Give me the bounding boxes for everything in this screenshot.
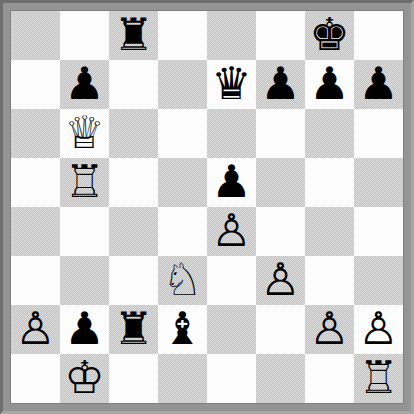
square-f2[interactable] bbox=[256, 305, 305, 354]
piece-white-rook[interactable]: ♖ bbox=[358, 355, 398, 400]
square-a8[interactable] bbox=[11, 11, 60, 60]
square-b5[interactable]: ♖ bbox=[60, 158, 109, 207]
square-h1[interactable]: ♖ bbox=[354, 354, 403, 403]
square-d5[interactable] bbox=[158, 158, 207, 207]
chess-board-frame: ♜♚♟♛♟♟♟♕♖♟♙♘♙♙♟♜♝♙♙♔♖ bbox=[0, 0, 414, 414]
square-d3[interactable]: ♘ bbox=[158, 256, 207, 305]
square-c7[interactable] bbox=[109, 60, 158, 109]
square-c3[interactable] bbox=[109, 256, 158, 305]
square-h7[interactable]: ♟ bbox=[354, 60, 403, 109]
piece-black-pawn[interactable]: ♟ bbox=[358, 61, 398, 106]
square-a7[interactable] bbox=[11, 60, 60, 109]
piece-white-pawn[interactable]: ♙ bbox=[358, 306, 398, 351]
square-d6[interactable] bbox=[158, 109, 207, 158]
square-e7[interactable]: ♛ bbox=[207, 60, 256, 109]
square-g4[interactable] bbox=[305, 207, 354, 256]
square-a1[interactable] bbox=[11, 354, 60, 403]
square-c8[interactable]: ♜ bbox=[109, 11, 158, 60]
square-f3[interactable]: ♙ bbox=[256, 256, 305, 305]
square-b2[interactable]: ♟ bbox=[60, 305, 109, 354]
piece-white-pawn[interactable]: ♙ bbox=[15, 306, 55, 351]
square-e2[interactable] bbox=[207, 305, 256, 354]
piece-black-pawn[interactable]: ♟ bbox=[64, 306, 104, 351]
piece-white-queen[interactable]: ♕ bbox=[64, 110, 104, 155]
square-f7[interactable]: ♟ bbox=[256, 60, 305, 109]
square-b4[interactable] bbox=[60, 207, 109, 256]
square-b1[interactable]: ♔ bbox=[60, 354, 109, 403]
piece-black-pawn[interactable]: ♟ bbox=[64, 61, 104, 106]
square-e6[interactable] bbox=[207, 109, 256, 158]
square-g3[interactable] bbox=[305, 256, 354, 305]
square-f8[interactable] bbox=[256, 11, 305, 60]
square-d2[interactable]: ♝ bbox=[158, 305, 207, 354]
square-g5[interactable] bbox=[305, 158, 354, 207]
square-d7[interactable] bbox=[158, 60, 207, 109]
square-d4[interactable] bbox=[158, 207, 207, 256]
square-d1[interactable] bbox=[158, 354, 207, 403]
piece-black-rook[interactable]: ♜ bbox=[113, 12, 153, 57]
piece-white-rook[interactable]: ♖ bbox=[64, 159, 104, 204]
square-c1[interactable] bbox=[109, 354, 158, 403]
piece-white-pawn[interactable]: ♙ bbox=[309, 306, 349, 351]
square-f5[interactable] bbox=[256, 158, 305, 207]
square-b8[interactable] bbox=[60, 11, 109, 60]
square-e5[interactable]: ♟ bbox=[207, 158, 256, 207]
square-g7[interactable]: ♟ bbox=[305, 60, 354, 109]
piece-black-queen[interactable]: ♛ bbox=[211, 61, 251, 106]
square-a5[interactable] bbox=[11, 158, 60, 207]
square-e4[interactable]: ♙ bbox=[207, 207, 256, 256]
chess-board: ♜♚♟♛♟♟♟♕♖♟♙♘♙♙♟♜♝♙♙♔♖ bbox=[11, 11, 403, 403]
square-g1[interactable] bbox=[305, 354, 354, 403]
piece-white-pawn[interactable]: ♙ bbox=[260, 257, 300, 302]
square-h2[interactable]: ♙ bbox=[354, 305, 403, 354]
square-g6[interactable] bbox=[305, 109, 354, 158]
square-a3[interactable] bbox=[11, 256, 60, 305]
square-c5[interactable] bbox=[109, 158, 158, 207]
square-c2[interactable]: ♜ bbox=[109, 305, 158, 354]
piece-black-rook[interactable]: ♜ bbox=[113, 306, 153, 351]
square-h3[interactable] bbox=[354, 256, 403, 305]
square-h8[interactable] bbox=[354, 11, 403, 60]
square-a2[interactable]: ♙ bbox=[11, 305, 60, 354]
piece-black-pawn[interactable]: ♟ bbox=[260, 61, 300, 106]
piece-white-knight[interactable]: ♘ bbox=[162, 257, 202, 302]
square-f6[interactable] bbox=[256, 109, 305, 158]
square-h6[interactable] bbox=[354, 109, 403, 158]
piece-black-pawn[interactable]: ♟ bbox=[309, 61, 349, 106]
piece-white-pawn[interactable]: ♙ bbox=[211, 208, 251, 253]
square-b6[interactable]: ♕ bbox=[60, 109, 109, 158]
square-e3[interactable] bbox=[207, 256, 256, 305]
square-f1[interactable] bbox=[256, 354, 305, 403]
square-g8[interactable]: ♚ bbox=[305, 11, 354, 60]
piece-black-bishop[interactable]: ♝ bbox=[162, 306, 202, 351]
square-e1[interactable] bbox=[207, 354, 256, 403]
square-c4[interactable] bbox=[109, 207, 158, 256]
square-e8[interactable] bbox=[207, 11, 256, 60]
square-a6[interactable] bbox=[11, 109, 60, 158]
square-d8[interactable] bbox=[158, 11, 207, 60]
square-g2[interactable]: ♙ bbox=[305, 305, 354, 354]
square-b7[interactable]: ♟ bbox=[60, 60, 109, 109]
square-f4[interactable] bbox=[256, 207, 305, 256]
square-b3[interactable] bbox=[60, 256, 109, 305]
square-h5[interactable] bbox=[354, 158, 403, 207]
piece-black-pawn[interactable]: ♟ bbox=[211, 159, 251, 204]
piece-black-king[interactable]: ♚ bbox=[309, 12, 349, 57]
square-a4[interactable] bbox=[11, 207, 60, 256]
square-c6[interactable] bbox=[109, 109, 158, 158]
piece-white-king[interactable]: ♔ bbox=[64, 355, 104, 400]
square-h4[interactable] bbox=[354, 207, 403, 256]
